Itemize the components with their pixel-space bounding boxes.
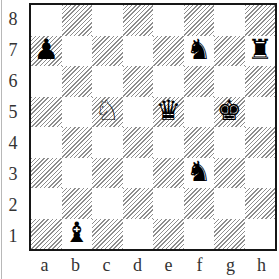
square-e7[interactable] xyxy=(153,36,184,67)
square-b7[interactable] xyxy=(62,36,93,67)
square-d5[interactable] xyxy=(123,97,154,128)
square-e5[interactable]: ♛ xyxy=(153,97,184,128)
square-c3[interactable] xyxy=(92,158,123,189)
rank-label-5: 5 xyxy=(2,101,24,123)
square-d8[interactable] xyxy=(123,5,154,36)
square-h2[interactable] xyxy=(245,188,276,219)
square-e1[interactable] xyxy=(153,219,184,250)
black-bishop: ♝ xyxy=(64,219,89,247)
square-g7[interactable] xyxy=(214,36,245,67)
black-pawn: ♟ xyxy=(34,36,59,64)
square-d6[interactable] xyxy=(123,66,154,97)
rank-label-4: 4 xyxy=(2,132,24,154)
file-label-g: g xyxy=(215,254,246,276)
square-h5[interactable] xyxy=(245,97,276,128)
square-h1[interactable] xyxy=(245,219,276,250)
file-label-h: h xyxy=(246,254,277,276)
square-g3[interactable] xyxy=(214,158,245,189)
square-b4[interactable] xyxy=(62,127,93,158)
square-f4[interactable] xyxy=(184,127,215,158)
square-b6[interactable] xyxy=(62,66,93,97)
square-a1[interactable] xyxy=(31,219,62,250)
square-f3[interactable]: ♞ xyxy=(184,158,215,189)
square-f5[interactable] xyxy=(184,97,215,128)
square-b5[interactable] xyxy=(62,97,93,128)
square-f8[interactable] xyxy=(184,5,215,36)
square-g8[interactable] xyxy=(214,5,245,36)
square-d7[interactable] xyxy=(123,36,154,67)
rank-label-6: 6 xyxy=(2,70,24,92)
square-b2[interactable] xyxy=(62,188,93,219)
square-g5[interactable]: ♚ xyxy=(214,97,245,128)
black-knight: ♞ xyxy=(186,158,211,186)
file-label-c: c xyxy=(91,254,122,276)
black-rook: ♜ xyxy=(247,36,272,64)
square-b8[interactable] xyxy=(62,5,93,36)
square-g1[interactable] xyxy=(214,219,245,250)
rank-label-7: 7 xyxy=(2,39,24,61)
square-c2[interactable] xyxy=(92,188,123,219)
square-d1[interactable] xyxy=(123,219,154,250)
square-g2[interactable] xyxy=(214,188,245,219)
file-label-d: d xyxy=(122,254,153,276)
square-h6[interactable] xyxy=(245,66,276,97)
square-f7[interactable]: ♞ xyxy=(184,36,215,67)
square-d2[interactable] xyxy=(123,188,154,219)
square-g6[interactable] xyxy=(214,66,245,97)
square-d4[interactable] xyxy=(123,127,154,158)
square-a5[interactable] xyxy=(31,97,62,128)
square-h4[interactable] xyxy=(245,127,276,158)
black-king: ♚ xyxy=(217,97,242,125)
white-knight: ♘ xyxy=(95,97,120,125)
square-f6[interactable] xyxy=(184,66,215,97)
rank-label-1: 1 xyxy=(2,225,24,247)
black-knight: ♞ xyxy=(186,36,211,64)
square-f1[interactable] xyxy=(184,219,215,250)
square-h3[interactable] xyxy=(245,158,276,189)
square-e2[interactable] xyxy=(153,188,184,219)
square-a6[interactable] xyxy=(31,66,62,97)
square-e6[interactable] xyxy=(153,66,184,97)
square-a2[interactable] xyxy=(31,188,62,219)
rank-label-3: 3 xyxy=(2,163,24,185)
square-g4[interactable] xyxy=(214,127,245,158)
file-label-f: f xyxy=(184,254,215,276)
square-c7[interactable] xyxy=(92,36,123,67)
square-c1[interactable] xyxy=(92,219,123,250)
chess-board: ♟♞♜♘♛♚♞♝ xyxy=(29,3,277,251)
square-c6[interactable] xyxy=(92,66,123,97)
file-label-e: e xyxy=(153,254,184,276)
square-d3[interactable] xyxy=(123,158,154,189)
square-b1[interactable]: ♝ xyxy=(62,219,93,250)
square-a3[interactable] xyxy=(31,158,62,189)
square-c8[interactable] xyxy=(92,5,123,36)
black-queen: ♛ xyxy=(156,97,181,125)
square-c5[interactable]: ♘ xyxy=(92,97,123,128)
square-e4[interactable] xyxy=(153,127,184,158)
square-e3[interactable] xyxy=(153,158,184,189)
rank-label-2: 2 xyxy=(2,194,24,216)
square-e8[interactable] xyxy=(153,5,184,36)
file-label-a: a xyxy=(29,254,60,276)
square-h8[interactable] xyxy=(245,5,276,36)
chess-diagram: ♟♞♜♘♛♚♞♝ 87654321abcdefgh xyxy=(0,0,279,279)
rank-label-8: 8 xyxy=(2,8,24,30)
square-a4[interactable] xyxy=(31,127,62,158)
square-a8[interactable] xyxy=(31,5,62,36)
square-f2[interactable] xyxy=(184,188,215,219)
square-a7[interactable]: ♟ xyxy=(31,36,62,67)
file-label-b: b xyxy=(60,254,91,276)
square-b3[interactable] xyxy=(62,158,93,189)
square-c4[interactable] xyxy=(92,127,123,158)
square-h7[interactable]: ♜ xyxy=(245,36,276,67)
